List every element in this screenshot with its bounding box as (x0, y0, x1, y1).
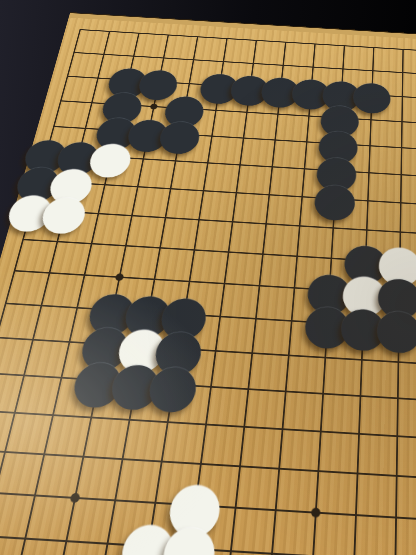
go-board: ●●●●●●●●●●●●●●●●●●●●●●●●●●●●●●●●●●●●●●●●… (0, 13, 416, 555)
black-go-stone[interactable]: ● (162, 120, 198, 148)
go-board-photo-scene: ●●●●●●●●●●●●●●●●●●●●●●●●●●●●●●●●●●●●●●●●… (0, 0, 416, 555)
white-go-stone[interactable]: ● (44, 196, 85, 227)
stones-layer[interactable]: ●●●●●●●●●●●●●●●●●●●●●●●●●●●●●●●●●●●●●●●●… (0, 18, 416, 555)
black-go-stone[interactable]: ● (152, 365, 195, 404)
perspective-wrapper: ●●●●●●●●●●●●●●●●●●●●●●●●●●●●●●●●●●●●●●●●… (0, 0, 416, 555)
white-go-stone[interactable]: ● (166, 525, 213, 555)
black-go-stone[interactable]: ● (381, 310, 416, 346)
black-go-stone[interactable]: ● (318, 184, 353, 215)
